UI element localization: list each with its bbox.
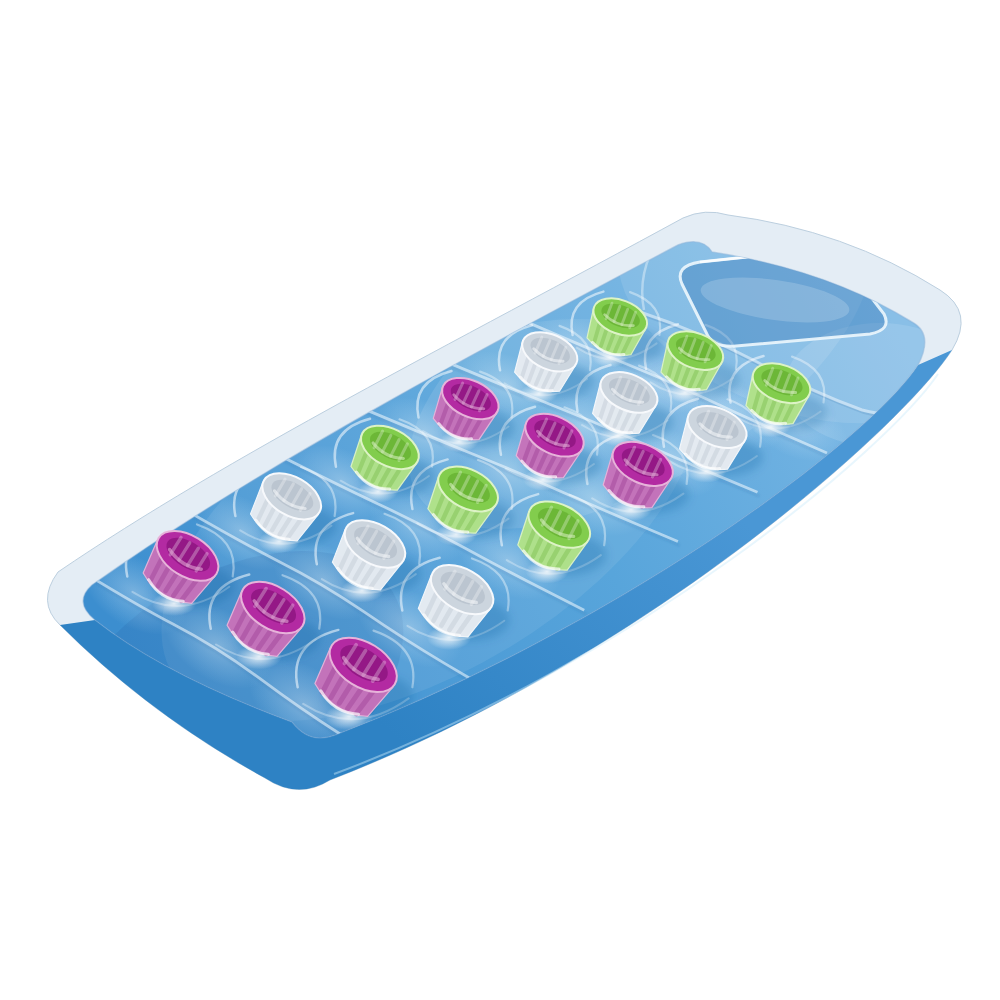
product-photo	[0, 0, 1000, 1000]
pool-float-illustration	[0, 0, 1000, 1000]
